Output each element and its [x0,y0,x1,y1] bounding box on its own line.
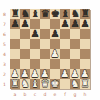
piece-white-pawn[interactable]: ♟ [11,69,20,79]
square-b5[interactable] [20,39,30,49]
square-d1[interactable]: ♛ [40,79,50,89]
square-g8[interactable]: ♞ [70,9,80,19]
piece-white-pawn[interactable]: ♟ [31,69,40,79]
square-f1[interactable] [60,79,70,89]
square-f7[interactable]: ♟ [60,19,70,29]
piece-white-pawn[interactable]: ♟ [41,69,50,79]
square-d7[interactable] [40,19,50,29]
rank-label-2: 2 [0,69,9,79]
square-b4[interactable] [20,49,30,59]
square-b2[interactable]: ♟ [20,69,30,79]
square-f2[interactable]: ♟ [60,69,70,79]
square-a7[interactable]: ♟ [10,19,20,29]
chess-board-panel: 87654321 ♜♞♝♛♚♝♞♜♟♟♟♟♟♟♟♟♟♟♟♟♟♟♟♜♞♝♛♚♞♜ … [0,0,100,100]
piece-black-pawn[interactable]: ♟ [51,29,60,39]
rank-labels: 87654321 [0,9,9,89]
square-f6[interactable] [60,29,70,39]
square-c4[interactable] [30,49,40,59]
square-g3[interactable] [70,59,80,69]
square-b3[interactable] [20,59,30,69]
rank-label-3: 3 [0,59,9,69]
square-a1[interactable]: ♜ [10,79,20,89]
square-a8[interactable]: ♜ [10,9,20,19]
file-label-d: d [40,90,50,99]
square-g7[interactable]: ♟ [70,19,80,29]
chess-board[interactable]: ♜♞♝♛♚♝♞♜♟♟♟♟♟♟♟♟♟♟♟♟♟♟♟♜♞♝♛♚♞♜ [10,9,90,89]
file-label-a: a [10,90,20,99]
square-d5[interactable] [40,39,50,49]
piece-white-knight[interactable]: ♞ [21,79,30,89]
square-g1[interactable]: ♞ [70,79,80,89]
piece-black-bishop[interactable]: ♝ [61,9,70,19]
piece-black-pawn[interactable]: ♟ [71,19,80,29]
square-c1[interactable]: ♝ [30,79,40,89]
square-e1[interactable]: ♚ [50,79,60,89]
file-label-c: c [30,90,40,99]
file-label-b: b [20,90,30,99]
square-b1[interactable]: ♞ [20,79,30,89]
square-d3[interactable] [40,59,50,69]
piece-white-king[interactable]: ♚ [51,79,60,89]
piece-white-pawn[interactable]: ♟ [21,69,30,79]
square-h4[interactable] [80,49,90,59]
square-c7[interactable] [30,19,40,29]
square-a4[interactable] [10,49,20,59]
square-e5[interactable] [50,39,60,49]
rank-label-8: 8 [0,9,9,19]
square-c2[interactable]: ♟ [30,69,40,79]
piece-white-knight[interactable]: ♞ [71,79,80,89]
piece-black-queen[interactable]: ♛ [41,9,50,19]
square-d6[interactable] [40,29,50,39]
square-a5[interactable] [10,39,20,49]
square-a3[interactable] [10,59,20,69]
piece-white-rook[interactable]: ♜ [11,79,20,89]
rank-label-1: 1 [0,79,9,89]
file-label-e: e [50,90,60,99]
piece-white-rook[interactable]: ♜ [81,79,90,89]
square-e2[interactable] [50,69,60,79]
piece-black-bishop[interactable]: ♝ [31,9,40,19]
square-b6[interactable] [20,29,30,39]
file-labels: abcdefgh [10,90,90,99]
piece-black-knight[interactable]: ♞ [71,9,80,19]
square-e4[interactable]: ♟ [50,49,60,59]
square-e6[interactable]: ♟ [50,29,60,39]
square-d8[interactable]: ♛ [40,9,50,19]
piece-white-bishop[interactable]: ♝ [31,79,40,89]
square-e7[interactable] [50,19,60,29]
piece-white-queen[interactable]: ♛ [41,79,50,89]
rank-label-7: 7 [0,19,9,29]
square-h2[interactable]: ♟ [80,69,90,79]
rank-label-5: 5 [0,39,9,49]
piece-white-pawn[interactable]: ♟ [71,69,80,79]
square-f3[interactable] [60,59,70,69]
square-h5[interactable] [80,39,90,49]
file-label-f: f [60,90,70,99]
square-g4[interactable] [70,49,80,59]
rank-label-6: 6 [0,29,9,39]
square-f4[interactable] [60,49,70,59]
piece-white-pawn[interactable]: ♟ [81,69,90,79]
square-c6[interactable]: ♟ [30,29,40,39]
file-label-h: h [80,90,90,99]
file-label-g: g [70,90,80,99]
square-a6[interactable] [10,29,20,39]
square-g6[interactable] [70,29,80,39]
square-f8[interactable]: ♝ [60,9,70,19]
square-h3[interactable] [80,59,90,69]
piece-white-pawn[interactable]: ♟ [51,49,60,59]
square-h1[interactable]: ♜ [80,79,90,89]
square-b8[interactable]: ♞ [20,9,30,19]
square-a2[interactable]: ♟ [10,69,20,79]
piece-black-pawn[interactable]: ♟ [11,19,20,29]
piece-black-rook[interactable]: ♜ [11,9,20,19]
square-b7[interactable]: ♟ [20,19,30,29]
square-e3[interactable] [50,59,60,69]
square-d2[interactable]: ♟ [40,69,50,79]
square-h7[interactable]: ♟ [80,19,90,29]
square-g5[interactable] [70,39,80,49]
square-g2[interactable]: ♟ [70,69,80,79]
piece-black-king[interactable]: ♚ [51,9,60,19]
square-e8[interactable]: ♚ [50,9,60,19]
piece-black-pawn[interactable]: ♟ [31,29,40,39]
square-d4[interactable] [40,49,50,59]
square-c3[interactable] [30,59,40,69]
piece-black-pawn[interactable]: ♟ [21,19,30,29]
piece-white-pawn[interactable]: ♟ [61,69,70,79]
piece-black-knight[interactable]: ♞ [21,9,30,19]
piece-black-pawn[interactable]: ♟ [81,19,90,29]
square-h6[interactable] [80,29,90,39]
piece-black-pawn[interactable]: ♟ [61,19,70,29]
square-c8[interactable]: ♝ [30,9,40,19]
rank-label-4: 4 [0,49,9,59]
square-c5[interactable] [30,39,40,49]
square-f5[interactable] [60,39,70,49]
square-h8[interactable]: ♜ [80,9,90,19]
piece-black-rook[interactable]: ♜ [81,9,90,19]
